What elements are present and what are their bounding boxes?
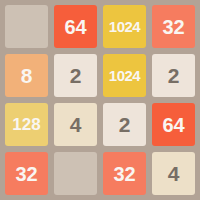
2048-board[interactable]: 641024328210242128426432324 xyxy=(0,0,200,200)
empty-cell xyxy=(54,152,97,195)
tile-32: 32 xyxy=(5,152,48,195)
tile-4: 4 xyxy=(152,152,195,195)
tile-4: 4 xyxy=(54,103,97,146)
tile-2: 2 xyxy=(54,54,97,97)
tile-2: 2 xyxy=(152,54,195,97)
tile-64: 64 xyxy=(152,103,195,146)
tile-32: 32 xyxy=(103,152,146,195)
tile-128: 128 xyxy=(5,103,48,146)
tile-2: 2 xyxy=(103,103,146,146)
tile-1024: 1024 xyxy=(103,54,146,97)
empty-cell xyxy=(5,5,48,48)
tile-1024: 1024 xyxy=(103,5,146,48)
tile-64: 64 xyxy=(54,5,97,48)
tile-32: 32 xyxy=(152,5,195,48)
tile-8: 8 xyxy=(5,54,48,97)
